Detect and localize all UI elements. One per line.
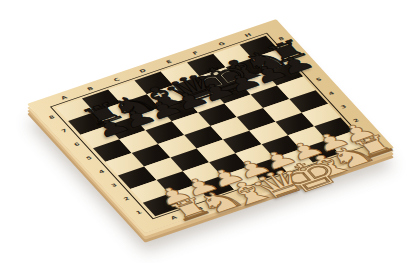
- chess-board: AABBCCDDEEFFGGHH8877665544332211 ♜♞♟♝♟♚♟…: [27, 19, 394, 233]
- product-photo-stage: AABBCCDDEEFFGGHH8877665544332211 ♜♞♟♝♟♚♟…: [0, 0, 416, 263]
- board-grid: [56, 36, 366, 217]
